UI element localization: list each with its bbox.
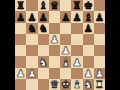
square-h4[interactable] bbox=[94, 45, 105, 56]
piece-black-knight[interactable]: ♞ bbox=[38, 22, 47, 33]
square-c1[interactable] bbox=[38, 79, 49, 90]
square-d5[interactable]: ♟ bbox=[49, 34, 60, 45]
square-c3[interactable]: ♞ bbox=[38, 56, 49, 67]
piece-white-pawn[interactable]: ♟ bbox=[16, 67, 25, 78]
piece-black-knight[interactable]: ♞ bbox=[27, 22, 36, 33]
square-d4[interactable] bbox=[49, 45, 60, 56]
piece-black-rook[interactable]: ♜ bbox=[16, 0, 25, 10]
square-h7[interactable]: ♟ bbox=[94, 11, 105, 22]
left-letterbox-bar bbox=[0, 0, 15, 90]
piece-white-queen[interactable]: ♛ bbox=[50, 79, 59, 90]
app-window: ♜♝♛♜♚♟♟♟♟♟♝♟♞♞♟♟♟♞♝♟♟♟♟♟♛♚♝♞♜ bbox=[0, 0, 120, 90]
square-a2[interactable]: ♟ bbox=[15, 68, 26, 79]
piece-white-pawn[interactable]: ♟ bbox=[27, 67, 36, 78]
square-f3[interactable]: ♟ bbox=[71, 56, 82, 67]
piece-white-pawn[interactable]: ♟ bbox=[83, 67, 92, 78]
square-b1[interactable] bbox=[26, 79, 37, 90]
square-f1[interactable]: ♝ bbox=[71, 79, 82, 90]
piece-white-rook[interactable]: ♜ bbox=[95, 79, 104, 90]
square-a4[interactable] bbox=[15, 45, 26, 56]
piece-black-pawn[interactable]: ♟ bbox=[61, 11, 70, 22]
square-e7[interactable]: ♟ bbox=[60, 11, 71, 22]
piece-white-pawn[interactable]: ♟ bbox=[50, 34, 59, 45]
piece-white-bishop[interactable]: ♝ bbox=[72, 79, 81, 90]
square-g5[interactable] bbox=[83, 34, 94, 45]
piece-black-bishop[interactable]: ♝ bbox=[83, 11, 92, 22]
square-b2[interactable]: ♟ bbox=[26, 68, 37, 79]
square-d8[interactable]: ♛ bbox=[49, 0, 60, 11]
square-a7[interactable]: ♟ bbox=[15, 11, 26, 22]
piece-white-pawn[interactable]: ♟ bbox=[95, 67, 104, 78]
square-b5[interactable] bbox=[26, 34, 37, 45]
piece-black-pawn[interactable]: ♟ bbox=[72, 11, 81, 22]
square-h1[interactable]: ♜ bbox=[94, 79, 105, 90]
square-f7[interactable]: ♟ bbox=[71, 11, 82, 22]
piece-white-pawn[interactable]: ♟ bbox=[61, 45, 70, 56]
square-c2[interactable] bbox=[38, 68, 49, 79]
piece-black-bishop[interactable]: ♝ bbox=[38, 0, 47, 10]
square-d1[interactable]: ♛ bbox=[49, 79, 60, 90]
square-e3[interactable]: ♝ bbox=[60, 56, 71, 67]
piece-black-pawn[interactable]: ♟ bbox=[16, 11, 25, 22]
square-h5[interactable] bbox=[94, 34, 105, 45]
square-a6[interactable] bbox=[15, 23, 26, 34]
square-d7[interactable] bbox=[49, 11, 60, 22]
square-a5[interactable] bbox=[15, 34, 26, 45]
square-g4[interactable] bbox=[83, 45, 94, 56]
square-f5[interactable] bbox=[71, 34, 82, 45]
piece-black-pawn[interactable]: ♟ bbox=[95, 11, 104, 22]
square-d3[interactable] bbox=[49, 56, 60, 67]
piece-black-pawn[interactable]: ♟ bbox=[27, 11, 36, 22]
square-e1[interactable]: ♚ bbox=[60, 79, 71, 90]
square-g6[interactable]: ♟ bbox=[83, 23, 94, 34]
square-c5[interactable] bbox=[38, 34, 49, 45]
piece-white-knight[interactable]: ♞ bbox=[83, 79, 92, 90]
square-b4[interactable] bbox=[26, 45, 37, 56]
square-e6[interactable] bbox=[60, 23, 71, 34]
square-f6[interactable] bbox=[71, 23, 82, 34]
piece-white-king[interactable]: ♚ bbox=[61, 79, 70, 90]
square-a1[interactable] bbox=[15, 79, 26, 90]
square-g1[interactable]: ♞ bbox=[83, 79, 94, 90]
right-letterbox-bar bbox=[105, 0, 120, 90]
piece-white-bishop[interactable]: ♝ bbox=[61, 56, 70, 67]
piece-black-pawn[interactable]: ♟ bbox=[83, 22, 92, 33]
piece-black-rook[interactable]: ♜ bbox=[72, 0, 81, 10]
chess-board[interactable]: ♜♝♛♜♚♟♟♟♟♟♝♟♞♞♟♟♟♞♝♟♟♟♟♟♛♚♝♞♜ bbox=[15, 0, 105, 90]
piece-black-queen[interactable]: ♛ bbox=[50, 0, 59, 10]
square-h6[interactable] bbox=[94, 23, 105, 34]
square-c6[interactable]: ♞ bbox=[38, 23, 49, 34]
piece-white-pawn[interactable]: ♟ bbox=[72, 56, 81, 67]
piece-black-pawn[interactable]: ♟ bbox=[38, 11, 47, 22]
square-b6[interactable]: ♞ bbox=[26, 23, 37, 34]
piece-black-king[interactable]: ♚ bbox=[83, 0, 92, 10]
piece-white-knight[interactable]: ♞ bbox=[38, 56, 47, 67]
